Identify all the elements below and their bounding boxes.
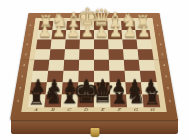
board-square-c6[interactable]	[65, 39, 80, 49]
rank-label: 3	[162, 71, 169, 83]
board-square-e4[interactable]	[94, 60, 109, 71]
board-square-h5[interactable]	[138, 49, 154, 59]
board-square-d5[interactable]	[79, 49, 94, 59]
piece-black-knight[interactable]: ♞	[125, 85, 145, 107]
chess-board: ♜♞♝♚♛♝♞♜♟♟♟♟♟♟♟♟♟♟♟♟♟♟♟♟♜♞♝♚♛♝♞♜ ABCDEFG…	[10, 13, 178, 120]
board-square-e6[interactable]	[94, 39, 109, 49]
board-square-g7[interactable]: ♟	[122, 30, 137, 39]
board-square-g4[interactable]	[124, 60, 140, 71]
board-square-a5[interactable]	[34, 49, 50, 59]
board-square-g1[interactable]: ♞	[126, 94, 143, 107]
rank-label: 5	[159, 49, 166, 59]
rank-label: 1	[166, 94, 174, 107]
piece-white-pawn[interactable]: ♟	[66, 24, 79, 39]
board-square-g6[interactable]	[122, 39, 137, 49]
board-square-d6[interactable]	[79, 39, 94, 49]
rank-label: 8	[154, 21, 160, 30]
board-square-f4[interactable]	[109, 60, 125, 71]
brass-clasp-icon	[90, 128, 99, 137]
chess-set-photo: ♜♞♝♚♛♝♞♜♟♟♟♟♟♟♟♟♟♟♟♟♟♟♟♟♜♞♝♚♛♝♞♜ ABCDEFG…	[0, 0, 189, 140]
board-square-c5[interactable]	[64, 49, 79, 59]
piece-white-pawn[interactable]: ♟	[123, 24, 136, 39]
rank-label: 6	[157, 39, 164, 49]
board-square-e7[interactable]: ♟	[94, 30, 108, 39]
board-square-c4[interactable]	[63, 60, 79, 71]
piece-white-pawn[interactable]: ♟	[137, 24, 150, 39]
board-square-f6[interactable]	[108, 39, 123, 49]
board-square-d4[interactable]	[79, 60, 94, 71]
rank-label: 2	[16, 82, 24, 94]
rank-label: 5	[22, 49, 29, 59]
rank-label: 4	[161, 60, 168, 71]
rank-label: 2	[164, 82, 172, 94]
piece-black-rook[interactable]: ♜	[143, 88, 160, 107]
board-square-b5[interactable]	[49, 49, 65, 59]
piece-white-pawn[interactable]: ♟	[52, 24, 65, 39]
board-square-h7[interactable]: ♟	[136, 30, 151, 39]
rank-label: 7	[26, 30, 32, 39]
board-square-h1[interactable]: ♜	[142, 94, 160, 107]
piece-white-pawn[interactable]: ♟	[38, 24, 51, 39]
piece-white-pawn[interactable]: ♟	[80, 24, 93, 39]
piece-white-pawn[interactable]: ♟	[94, 24, 107, 39]
board-square-e5[interactable]	[94, 49, 109, 59]
box-front-face	[11, 119, 178, 134]
board-square-h4[interactable]	[139, 60, 155, 71]
board-square-h6[interactable]	[137, 39, 153, 49]
rank-label: 8	[27, 21, 33, 30]
rank-label: 4	[20, 60, 27, 71]
piece-white-pawn[interactable]: ♟	[109, 24, 122, 39]
board-square-b7[interactable]: ♟	[51, 30, 66, 39]
board-square-a7[interactable]: ♟	[37, 30, 52, 39]
board-square-b6[interactable]	[50, 39, 65, 49]
board-square-b4[interactable]	[48, 60, 64, 71]
board-square-a4[interactable]	[33, 60, 49, 71]
rank-label: 3	[18, 71, 25, 83]
rank-label: 1	[14, 94, 22, 107]
board-square-f1[interactable]: ♝	[110, 94, 127, 107]
board-square-g5[interactable]	[123, 49, 139, 59]
board-grid: ♜♞♝♚♛♝♞♜♟♟♟♟♟♟♟♟♟♟♟♟♟♟♟♟♜♞♝♚♛♝♞♜	[28, 21, 160, 107]
board-square-f5[interactable]	[109, 49, 124, 59]
board-square-c7[interactable]: ♟	[66, 30, 81, 39]
board-square-a6[interactable]	[36, 39, 52, 49]
rank-label: 7	[156, 30, 162, 39]
board-square-d7[interactable]: ♟	[80, 30, 94, 39]
rank-label: 6	[24, 39, 31, 49]
board-square-f7[interactable]: ♟	[108, 30, 123, 39]
